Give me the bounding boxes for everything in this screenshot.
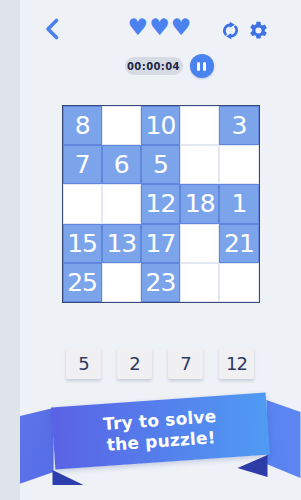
board-cell-r5c1[interactable]: 25 [63, 263, 102, 302]
board-cell-r1c2[interactable] [102, 106, 141, 145]
board-cell-r5c4[interactable] [180, 263, 219, 302]
pause-icon [203, 62, 206, 71]
tray-tile-2[interactable]: 2 [117, 348, 152, 379]
board-cell-r4c3[interactable]: 17 [141, 224, 180, 263]
settings-button[interactable] [248, 20, 269, 41]
timer-value: 00:00:04 [127, 61, 180, 72]
board-cell-r1c3[interactable]: 10 [141, 106, 180, 145]
board-cell-r5c3[interactable]: 23 [141, 263, 180, 302]
board-cell-r4c5[interactable]: 21 [219, 224, 258, 263]
restart-button[interactable] [220, 20, 241, 41]
board-cell-r5c5[interactable] [219, 263, 258, 302]
board-cell-r1c1[interactable]: 8 [63, 106, 102, 145]
board-cell-r3c4[interactable]: 18 [180, 184, 219, 223]
number-tray: 52712 [20, 347, 301, 380]
gear-icon [248, 20, 269, 41]
puzzle-board: 810376512181151317212523 [62, 105, 260, 303]
board-cell-r4c1[interactable]: 15 [63, 224, 102, 263]
board-cell-r1c4[interactable] [180, 106, 219, 145]
board-cell-r5c2[interactable] [102, 263, 141, 302]
board-cell-r1c5[interactable]: 3 [219, 106, 258, 145]
board-cell-r3c3[interactable]: 12 [141, 184, 180, 223]
board-cell-r4c2[interactable]: 13 [102, 224, 141, 263]
heart-icon: ♥♥♥ [128, 14, 193, 40]
tray-tile-1[interactable]: 5 [66, 348, 101, 379]
board-cell-r2c3[interactable]: 5 [141, 145, 180, 184]
board-cell-r3c5[interactable]: 1 [219, 184, 258, 223]
pause-icon [197, 62, 200, 71]
board-cell-r2c5[interactable] [219, 145, 258, 184]
game-screen: ♥♥♥ 00:00:04 810376512181151317212523 52… [20, 0, 301, 500]
board-cell-r2c1[interactable]: 7 [63, 145, 102, 184]
ribbon-band: Try to solve the puzzle! [51, 393, 270, 470]
timer-display: 00:00:04 [125, 57, 183, 75]
refresh-icon [220, 20, 241, 41]
board-cell-r3c1[interactable] [63, 184, 102, 223]
board-cell-r2c2[interactable]: 6 [102, 145, 141, 184]
ribbon-banner: Try to solve the puzzle! [20, 388, 301, 500]
board-cell-r2c4[interactable] [180, 145, 219, 184]
board-cell-r3c2[interactable] [102, 184, 141, 223]
pause-button[interactable] [190, 54, 214, 78]
tray-tile-4[interactable]: 12 [219, 348, 254, 379]
board-cell-r4c4[interactable] [180, 224, 219, 263]
tray-tile-3[interactable]: 7 [168, 348, 203, 379]
